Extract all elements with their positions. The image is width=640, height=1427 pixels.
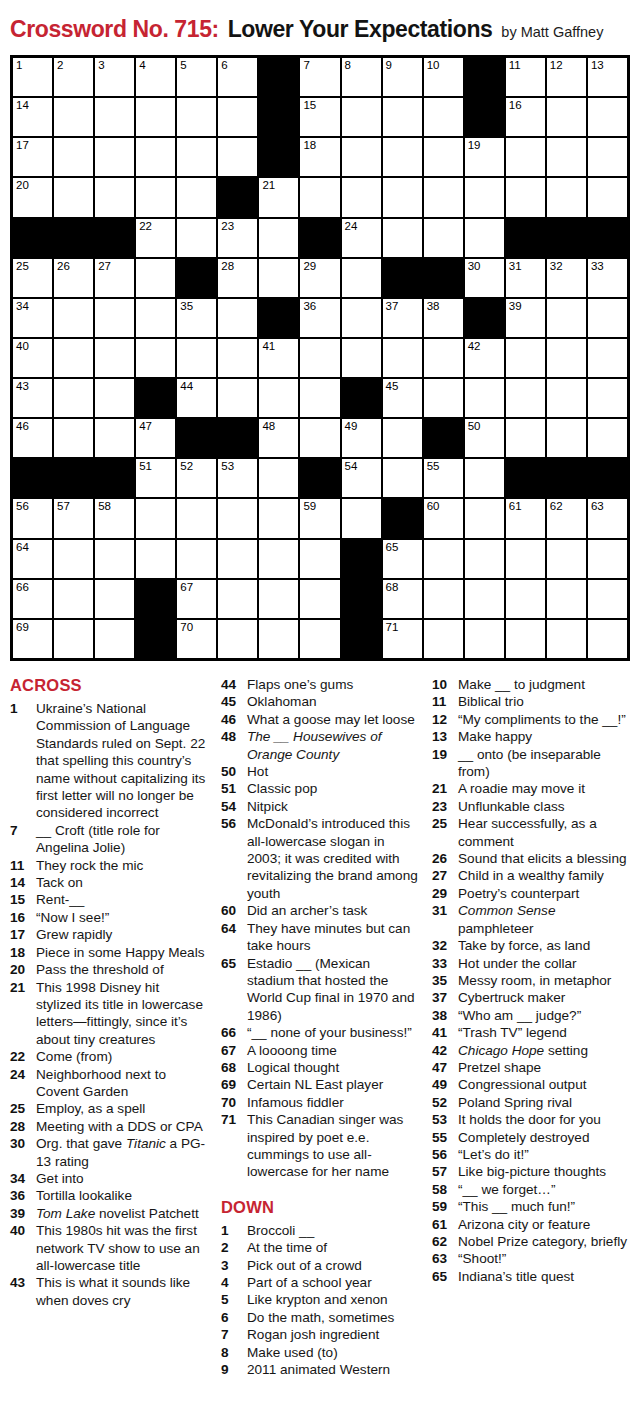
grid-cell-r8c14[interactable] xyxy=(547,339,586,377)
grid-cell-r15c5[interactable]: 70 xyxy=(177,620,216,658)
grid-cell-r3c12[interactable]: 19 xyxy=(465,138,504,176)
clue-item[interactable]: 55Completely destroyed xyxy=(432,1129,630,1146)
grid-cell-r9c3[interactable] xyxy=(95,379,134,417)
clue-item[interactable]: 56McDonald’s introduced this all-lowerca… xyxy=(221,815,419,902)
grid-cell-r9c14[interactable] xyxy=(547,379,586,417)
grid-cell-r15c11[interactable] xyxy=(424,620,463,658)
grid-cell-r3c3[interactable] xyxy=(95,138,134,176)
clue-item[interactable]: 19__ onto (be inseparable from) xyxy=(432,746,630,781)
clue-item[interactable]: 7__ Croft (title role for Angelina Jolie… xyxy=(10,822,208,857)
grid-cell-r7c5[interactable]: 35 xyxy=(177,299,216,337)
grid-cell-r3c6[interactable] xyxy=(218,138,257,176)
grid-cell-r3c13[interactable] xyxy=(506,138,545,176)
clue-item[interactable]: 34Get into xyxy=(10,1170,208,1187)
clue-item[interactable]: 28Meeting with a DDS or CPA xyxy=(10,1118,208,1135)
grid-cell-r9c7[interactable] xyxy=(259,379,298,417)
grid-cell-r1c1[interactable]: 1 xyxy=(13,58,52,96)
grid-cell-r2c11[interactable] xyxy=(424,98,463,136)
grid-cell-r9c1[interactable]: 43 xyxy=(13,379,52,417)
grid-cell-r8c1[interactable]: 40 xyxy=(13,339,52,377)
grid-cell-r7c8[interactable]: 36 xyxy=(300,299,339,337)
grid-cell-r5c9[interactable]: 24 xyxy=(342,219,381,257)
grid-cell-r6c1[interactable]: 25 xyxy=(13,259,52,297)
black-cell xyxy=(424,259,463,297)
grid-cell-r1c15[interactable]: 13 xyxy=(588,58,627,96)
clue-item[interactable]: 8Make used (to) xyxy=(221,1344,419,1361)
across-header: ACROSS xyxy=(10,676,208,695)
black-cell xyxy=(300,459,339,497)
clue-text: Chicago Hope setting xyxy=(458,1042,630,1059)
clue-text: 2011 animated Western xyxy=(247,1361,419,1378)
grid-cell-r4c5[interactable] xyxy=(177,178,216,216)
puzzle-series-label: Crossword No. 715: xyxy=(10,16,219,42)
grid-cell-r1c8[interactable]: 7 xyxy=(300,58,339,96)
clue-number: 13 xyxy=(432,728,458,745)
clue-item[interactable]: 25Employ, as a spell xyxy=(10,1100,208,1117)
grid-cell-r11c9[interactable]: 54 xyxy=(342,459,381,497)
grid-cell-r10c10[interactable] xyxy=(383,419,422,457)
grid-cell-r13c2[interactable] xyxy=(54,540,93,578)
clue-item[interactable]: 2At the time of xyxy=(221,1239,419,1256)
grid-cell-r9c11[interactable] xyxy=(424,379,463,417)
clue-item[interactable]: 53It holds the door for you xyxy=(432,1111,630,1128)
grid-cell-r14c2[interactable] xyxy=(54,580,93,618)
grid-cell-r15c1[interactable]: 69 xyxy=(13,620,52,658)
grid-cell-r3c11[interactable] xyxy=(424,138,463,176)
grid-cell-r12c1[interactable]: 56 xyxy=(13,499,52,537)
clue-text: Grew rapidly xyxy=(36,926,208,943)
grid-cell-r9c13[interactable] xyxy=(506,379,545,417)
grid-cell-r1c13[interactable]: 11 xyxy=(506,58,545,96)
grid-cell-r2c13[interactable]: 16 xyxy=(506,98,545,136)
grid-cell-r12c14[interactable]: 62 xyxy=(547,499,586,537)
cell-number: 53 xyxy=(221,460,234,472)
grid-cell-r2c6[interactable] xyxy=(218,98,257,136)
clue-item[interactable]: 60Did an archer’s task xyxy=(221,902,419,919)
clue-number: 49 xyxy=(432,1076,458,1093)
grid-cell-r5c12[interactable] xyxy=(465,219,504,257)
grid-cell-r11c6[interactable]: 53 xyxy=(218,459,257,497)
grid-cell-r12c3[interactable]: 58 xyxy=(95,499,134,537)
grid-cell-r3c4[interactable] xyxy=(136,138,175,176)
clue-item[interactable]: 17Grew rapidly xyxy=(10,926,208,943)
grid-cell-r11c11[interactable]: 55 xyxy=(424,459,463,497)
grid-cell-r4c9[interactable] xyxy=(342,178,381,216)
clue-item[interactable]: 32Take by force, as land xyxy=(432,937,630,954)
grid-cell-r6c12[interactable]: 30 xyxy=(465,259,504,297)
grid-cell-r4c7[interactable]: 21 xyxy=(259,178,298,216)
clue-text: Biblical trio xyxy=(458,693,630,710)
clue-text: Infamous fiddler xyxy=(247,1094,419,1111)
clue-item[interactable]: 15Rent-__ xyxy=(10,891,208,908)
clue-item[interactable]: 30Org. that gave Titanic a PG-13 rating xyxy=(10,1135,208,1170)
grid-cell-r4c3[interactable] xyxy=(95,178,134,216)
grid-cell-r3c9[interactable] xyxy=(342,138,381,176)
crossword-page: Crossword No. 715: Lower Your Expectatio… xyxy=(0,0,640,1378)
clue-item[interactable]: 18Piece in some Happy Meals xyxy=(10,944,208,961)
grid-cell-r14c3[interactable] xyxy=(95,580,134,618)
clue-text: Classic pop xyxy=(247,780,419,797)
clue-item[interactable]: 3Pick out of a crowd xyxy=(221,1257,419,1274)
grid-cell-r4c15[interactable] xyxy=(588,178,627,216)
grid-cell-r15c15[interactable] xyxy=(588,620,627,658)
grid-cell-r3c15[interactable] xyxy=(588,138,627,176)
grid-cell-r15c12[interactable] xyxy=(465,620,504,658)
cell-number: 15 xyxy=(303,99,316,111)
grid-cell-r7c10[interactable]: 37 xyxy=(383,299,422,337)
grid-cell-r9c15[interactable] xyxy=(588,379,627,417)
grid-cell-r13c14[interactable] xyxy=(547,540,586,578)
grid-cell-r3c14[interactable] xyxy=(547,138,586,176)
grid-cell-r5c5[interactable] xyxy=(177,219,216,257)
grid-cell-r7c6[interactable] xyxy=(218,299,257,337)
clue-item[interactable]: 12“My compliments to the __!” xyxy=(432,711,630,728)
grid-cell-r12c15[interactable]: 63 xyxy=(588,499,627,537)
grid-cell-r2c14[interactable] xyxy=(547,98,586,136)
grid-cell-r14c12[interactable] xyxy=(465,580,504,618)
clue-item[interactable]: 1Ukraine’s National Commission of Langua… xyxy=(10,700,208,822)
grid-cell-r1c6[interactable]: 6 xyxy=(218,58,257,96)
clue-item[interactable]: 16“Now I see!” xyxy=(10,909,208,926)
grid-cell-r12c9[interactable] xyxy=(342,499,381,537)
clue-item[interactable]: 44Flaps one’s gums xyxy=(221,676,419,693)
grid-cell-r6c13[interactable]: 31 xyxy=(506,259,545,297)
grid-cell-r10c9[interactable]: 49 xyxy=(342,419,381,457)
clue-item[interactable]: 58“__ we forget…” xyxy=(432,1181,630,1198)
grid-cell-r7c3[interactable] xyxy=(95,299,134,337)
grid-cell-r11c10[interactable] xyxy=(383,459,422,497)
clue-item[interactable]: 33Hot under the collar xyxy=(432,955,630,972)
grid-cell-r6c7[interactable] xyxy=(259,259,298,297)
grid-cell-r4c11[interactable] xyxy=(424,178,463,216)
grid-cell-r8c13[interactable] xyxy=(506,339,545,377)
clue-item[interactable]: 37Cybertruck maker xyxy=(432,989,630,1006)
clue-item[interactable]: 14Tack on xyxy=(10,874,208,891)
clue-item[interactable]: 21This 1998 Disney hit stylized its titl… xyxy=(10,979,208,1049)
grid-cell-r7c9[interactable] xyxy=(342,299,381,337)
grid-cell-r12c2[interactable]: 57 xyxy=(54,499,93,537)
clue-item[interactable]: 24Neighborhood next to Covent Garden xyxy=(10,1066,208,1101)
grid-cell-r2c4[interactable] xyxy=(136,98,175,136)
grid-cell-r9c6[interactable] xyxy=(218,379,257,417)
clue-item[interactable]: 71This Canadian singer was inspired by p… xyxy=(221,1111,419,1181)
grid-cell-r6c9[interactable] xyxy=(342,259,381,297)
grid-cell-r10c15[interactable] xyxy=(588,419,627,457)
grid-cell-r8c5[interactable] xyxy=(177,339,216,377)
clue-item[interactable]: 41“Trash TV” legend xyxy=(432,1024,630,1041)
clue-item[interactable]: 27Child in a wealthy family xyxy=(432,867,630,884)
grid-cell-r5c4[interactable]: 22 xyxy=(136,219,175,257)
clue-item[interactable]: 11They rock the mic xyxy=(10,857,208,874)
grid-cell-r12c5[interactable] xyxy=(177,499,216,537)
grid-cell-r7c4[interactable] xyxy=(136,299,175,337)
clue-item[interactable]: 65Indiana’s title quest xyxy=(432,1268,630,1285)
clue-item[interactable]: 64They have minutes but can take hours xyxy=(221,920,419,955)
clue-item[interactable]: 23Unflunkable class xyxy=(432,798,630,815)
grid-cell-r9c8[interactable] xyxy=(300,379,339,417)
grid-cell-r1c4[interactable]: 4 xyxy=(136,58,175,96)
clue-item[interactable]: 92011 animated Western xyxy=(221,1361,419,1378)
clue-item[interactable]: 31Common Sense pamphleteer xyxy=(432,902,630,937)
grid-cell-r8c7[interactable]: 41 xyxy=(259,339,298,377)
grid-cell-r2c2[interactable] xyxy=(54,98,93,136)
grid-cell-r15c10[interactable]: 71 xyxy=(383,620,422,658)
grid-cell-r2c10[interactable] xyxy=(383,98,422,136)
grid-cell-r8c10[interactable] xyxy=(383,339,422,377)
grid-cell-r5c7[interactable] xyxy=(259,219,298,257)
cell-number: 28 xyxy=(221,260,234,272)
grid-cell-r1c14[interactable]: 12 xyxy=(547,58,586,96)
clue-item[interactable]: 26Sound that elicits a blessing xyxy=(432,850,630,867)
clue-item[interactable]: 49Congressional output xyxy=(432,1076,630,1093)
grid-cell-r1c5[interactable]: 5 xyxy=(177,58,216,96)
grid-cell-r5c11[interactable] xyxy=(424,219,463,257)
grid-cell-r8c6[interactable] xyxy=(218,339,257,377)
grid-cell-r3c2[interactable] xyxy=(54,138,93,176)
clue-item[interactable]: 61Arizona city or feature xyxy=(432,1216,630,1233)
grid-cell-r12c7[interactable] xyxy=(259,499,298,537)
clue-item[interactable]: 38“Who am __ judge?” xyxy=(432,1007,630,1024)
grid-cell-r13c10[interactable]: 65 xyxy=(383,540,422,578)
grid-cell-r14c8[interactable] xyxy=(300,580,339,618)
clue-item[interactable]: 48The __ Housewives of Orange County xyxy=(221,728,419,763)
clue-number: 16 xyxy=(10,909,36,926)
grid-cell-r7c1[interactable]: 34 xyxy=(13,299,52,337)
grid-cell-r1c2[interactable]: 2 xyxy=(54,58,93,96)
clue-item[interactable]: 20Pass the threshold of xyxy=(10,961,208,978)
grid-cell-r15c8[interactable] xyxy=(300,620,339,658)
grid-cell-r13c5[interactable] xyxy=(177,540,216,578)
grid-cell-r9c2[interactable] xyxy=(54,379,93,417)
grid-cell-r12c12[interactable] xyxy=(465,499,504,537)
grid-cell-r1c11[interactable]: 10 xyxy=(424,58,463,96)
grid-cell-r15c6[interactable] xyxy=(218,620,257,658)
grid-cell-r14c13[interactable] xyxy=(506,580,545,618)
grid-cell-r3c5[interactable] xyxy=(177,138,216,176)
grid-cell-r14c15[interactable] xyxy=(588,580,627,618)
grid-cell-r12c13[interactable]: 61 xyxy=(506,499,545,537)
clue-item[interactable]: 6Do the math, sometimes xyxy=(221,1309,419,1326)
clue-item[interactable]: 65Estadio __ (Mexican stadium that hoste… xyxy=(221,955,419,1025)
grid-cell-r4c10[interactable] xyxy=(383,178,422,216)
grid-cell-r15c2[interactable] xyxy=(54,620,93,658)
grid-cell-r6c3[interactable]: 27 xyxy=(95,259,134,297)
clue-text: “This __ much fun!” xyxy=(458,1198,630,1215)
clue-number: 2 xyxy=(221,1239,247,1256)
clue-item[interactable]: 56“Let’s do it!” xyxy=(432,1146,630,1163)
grid-cell-r6c14[interactable]: 32 xyxy=(547,259,586,297)
clue-item[interactable]: 39Tom Lake novelist Patchett xyxy=(10,1205,208,1222)
grid-cell-r14c1[interactable]: 66 xyxy=(13,580,52,618)
clue-text: What a goose may let loose xyxy=(247,711,419,728)
grid-cell-r5c10[interactable] xyxy=(383,219,422,257)
grid-cell-r4c13[interactable] xyxy=(506,178,545,216)
grid-cell-r10c1[interactable]: 46 xyxy=(13,419,52,457)
clue-item[interactable]: 50Hot xyxy=(221,763,419,780)
clue-number: 1 xyxy=(10,700,36,822)
grid-cell-r6c8[interactable]: 29 xyxy=(300,259,339,297)
cell-number: 71 xyxy=(386,621,399,633)
clue-number: 40 xyxy=(10,1222,36,1274)
grid-cell-r13c12[interactable] xyxy=(465,540,504,578)
clue-number: 66 xyxy=(221,1024,247,1041)
grid-cell-r7c13[interactable]: 39 xyxy=(506,299,545,337)
grid-cell-r10c13[interactable] xyxy=(506,419,545,457)
grid-cell-r6c2[interactable]: 26 xyxy=(54,259,93,297)
grid-cell-r8c4[interactable] xyxy=(136,339,175,377)
grid-cell-r2c1[interactable]: 14 xyxy=(13,98,52,136)
grid-cell-r8c15[interactable] xyxy=(588,339,627,377)
clue-item[interactable]: 22Come (from) xyxy=(10,1048,208,1065)
grid-cell-r9c12[interactable] xyxy=(465,379,504,417)
grid-cell-r8c2[interactable] xyxy=(54,339,93,377)
grid-cell-r11c7[interactable] xyxy=(259,459,298,497)
grid-cell-r11c4[interactable]: 51 xyxy=(136,459,175,497)
grid-cell-r7c15[interactable] xyxy=(588,299,627,337)
grid-cell-r9c5[interactable]: 44 xyxy=(177,379,216,417)
clue-item[interactable]: 62Nobel Prize category, briefly xyxy=(432,1233,630,1250)
grid-cell-r14c5[interactable]: 67 xyxy=(177,580,216,618)
black-cell xyxy=(13,219,52,257)
grid-cell-r6c6[interactable]: 28 xyxy=(218,259,257,297)
clue-text: Tortilla lookalike xyxy=(36,1187,208,1204)
grid-cell-r12c4[interactable] xyxy=(136,499,175,537)
grid-cell-r4c8[interactable] xyxy=(300,178,339,216)
grid-cell-r2c9[interactable] xyxy=(342,98,381,136)
grid-cell-r13c1[interactable]: 64 xyxy=(13,540,52,578)
grid-cell-r4c2[interactable] xyxy=(54,178,93,216)
clue-item[interactable]: 29Poetry’s counterpart xyxy=(432,885,630,902)
grid-cell-r11c5[interactable]: 52 xyxy=(177,459,216,497)
grid-cell-r14c6[interactable] xyxy=(218,580,257,618)
grid-cell-r13c15[interactable] xyxy=(588,540,627,578)
clue-item[interactable]: 42Chicago Hope setting xyxy=(432,1042,630,1059)
grid-cell-r4c14[interactable] xyxy=(547,178,586,216)
grid-cell-r8c8[interactable] xyxy=(300,339,339,377)
clue-item[interactable]: 5Like krypton and xenon xyxy=(221,1291,419,1308)
grid-cell-r14c11[interactable] xyxy=(424,580,463,618)
clue-item[interactable]: 40This 1980s hit was the first network T… xyxy=(10,1222,208,1274)
grid-cell-r8c12[interactable]: 42 xyxy=(465,339,504,377)
grid-cell-r10c12[interactable]: 50 xyxy=(465,419,504,457)
clue-item[interactable]: 4Part of a school year xyxy=(221,1274,419,1291)
black-cell xyxy=(300,219,339,257)
grid-cell-r7c11[interactable]: 38 xyxy=(424,299,463,337)
grid-cell-r10c3[interactable] xyxy=(95,419,134,457)
clue-item[interactable]: 45Oklahoman xyxy=(221,693,419,710)
clue-item[interactable]: 25Hear successfully, as a comment xyxy=(432,815,630,850)
black-cell xyxy=(547,459,586,497)
grid-cell-r8c9[interactable] xyxy=(342,339,381,377)
grid-cell-r13c6[interactable] xyxy=(218,540,257,578)
grid-cell-r2c15[interactable] xyxy=(588,98,627,136)
grid-cell-r2c8[interactable]: 15 xyxy=(300,98,339,136)
clue-item[interactable]: 21A roadie may move it xyxy=(432,780,630,797)
clue-item[interactable]: 70Infamous fiddler xyxy=(221,1094,419,1111)
clue-item[interactable]: 59“This __ much fun!” xyxy=(432,1198,630,1215)
clue-item[interactable]: 52Poland Spring rival xyxy=(432,1094,630,1111)
grid-cell-r2c5[interactable] xyxy=(177,98,216,136)
clue-item[interactable]: 36Tortilla lookalike xyxy=(10,1187,208,1204)
grid-cell-r13c11[interactable] xyxy=(424,540,463,578)
grid-cell-r13c4[interactable] xyxy=(136,540,175,578)
grid-cell-r10c4[interactable]: 47 xyxy=(136,419,175,457)
grid-cell-r6c4[interactable] xyxy=(136,259,175,297)
clue-item[interactable]: 63“Shoot!” xyxy=(432,1250,630,1267)
grid-cell-r4c4[interactable] xyxy=(136,178,175,216)
grid-cell-r13c7[interactable] xyxy=(259,540,298,578)
grid-cell-r2c3[interactable] xyxy=(95,98,134,136)
grid-cell-r3c10[interactable] xyxy=(383,138,422,176)
grid-cell-r14c10[interactable]: 68 xyxy=(383,580,422,618)
grid-cell-r1c10[interactable]: 9 xyxy=(383,58,422,96)
grid-cell-r8c3[interactable] xyxy=(95,339,134,377)
grid-cell-r11c12[interactable] xyxy=(465,459,504,497)
clue-item[interactable]: 1Broccoli __ xyxy=(221,1222,419,1239)
grid-cell-r15c13[interactable] xyxy=(506,620,545,658)
grid-cell-r7c14[interactable] xyxy=(547,299,586,337)
clue-item[interactable]: 47Pretzel shape xyxy=(432,1059,630,1076)
grid-cell-r14c14[interactable] xyxy=(547,580,586,618)
grid-cell-r13c13[interactable] xyxy=(506,540,545,578)
grid-cell-r13c8[interactable] xyxy=(300,540,339,578)
grid-cell-r9c10[interactable]: 45 xyxy=(383,379,422,417)
clue-item[interactable]: 11Biblical trio xyxy=(432,693,630,710)
grid-cell-r12c6[interactable] xyxy=(218,499,257,537)
clue-item[interactable]: 13Make happy xyxy=(432,728,630,745)
grid-cell-r7c2[interactable] xyxy=(54,299,93,337)
clue-item[interactable]: 51Classic pop xyxy=(221,780,419,797)
clue-item[interactable]: 7Rogan josh ingredient xyxy=(221,1326,419,1343)
grid-cell-r12c8[interactable]: 59 xyxy=(300,499,339,537)
clue-item[interactable]: 35Messy room, in metaphor xyxy=(432,972,630,989)
grid-cell-r3c1[interactable]: 17 xyxy=(13,138,52,176)
grid-cell-r1c3[interactable]: 3 xyxy=(95,58,134,96)
clue-item[interactable]: 68Logical thought xyxy=(221,1059,419,1076)
grid-cell-r15c14[interactable] xyxy=(547,620,586,658)
clue-item[interactable]: 57Like big-picture thoughts xyxy=(432,1163,630,1180)
clue-text: “Now I see!” xyxy=(36,909,208,926)
clue-text: Ukraine’s National Commission of Languag… xyxy=(36,700,208,822)
grid-cell-r15c3[interactable] xyxy=(95,620,134,658)
grid-cell-r10c8[interactable] xyxy=(300,419,339,457)
grid-cell-r5c6[interactable]: 23 xyxy=(218,219,257,257)
clue-item[interactable]: 43This is what it sounds like when doves… xyxy=(10,1274,208,1309)
clue-item[interactable]: 66“__ none of your business!” xyxy=(221,1024,419,1041)
clue-item[interactable]: 46What a goose may let loose xyxy=(221,711,419,728)
grid-cell-r15c7[interactable] xyxy=(259,620,298,658)
clue-item[interactable]: 69Certain NL East player xyxy=(221,1076,419,1093)
grid-cell-r4c12[interactable] xyxy=(465,178,504,216)
grid-cell-r10c7[interactable]: 48 xyxy=(259,419,298,457)
clue-number: 10 xyxy=(432,676,458,693)
grid-cell-r6c15[interactable]: 33 xyxy=(588,259,627,297)
grid-cell-r12c11[interactable]: 60 xyxy=(424,499,463,537)
grid-cell-r8c11[interactable] xyxy=(424,339,463,377)
clue-item[interactable]: 10Make __ to judgment xyxy=(432,676,630,693)
grid-cell-r1c9[interactable]: 8 xyxy=(342,58,381,96)
clue-item[interactable]: 67A loooong time xyxy=(221,1042,419,1059)
clue-text: Cybertruck maker xyxy=(458,989,630,1006)
grid-cell-r10c2[interactable] xyxy=(54,419,93,457)
grid-cell-r4c1[interactable]: 20 xyxy=(13,178,52,216)
clue-text: Pick out of a crowd xyxy=(247,1257,419,1274)
clue-item[interactable]: 54Nitpick xyxy=(221,798,419,815)
grid-cell-r13c3[interactable] xyxy=(95,540,134,578)
grid-cell-r10c14[interactable] xyxy=(547,419,586,457)
grid-cell-r14c7[interactable] xyxy=(259,580,298,618)
grid-cell-r3c8[interactable]: 18 xyxy=(300,138,339,176)
